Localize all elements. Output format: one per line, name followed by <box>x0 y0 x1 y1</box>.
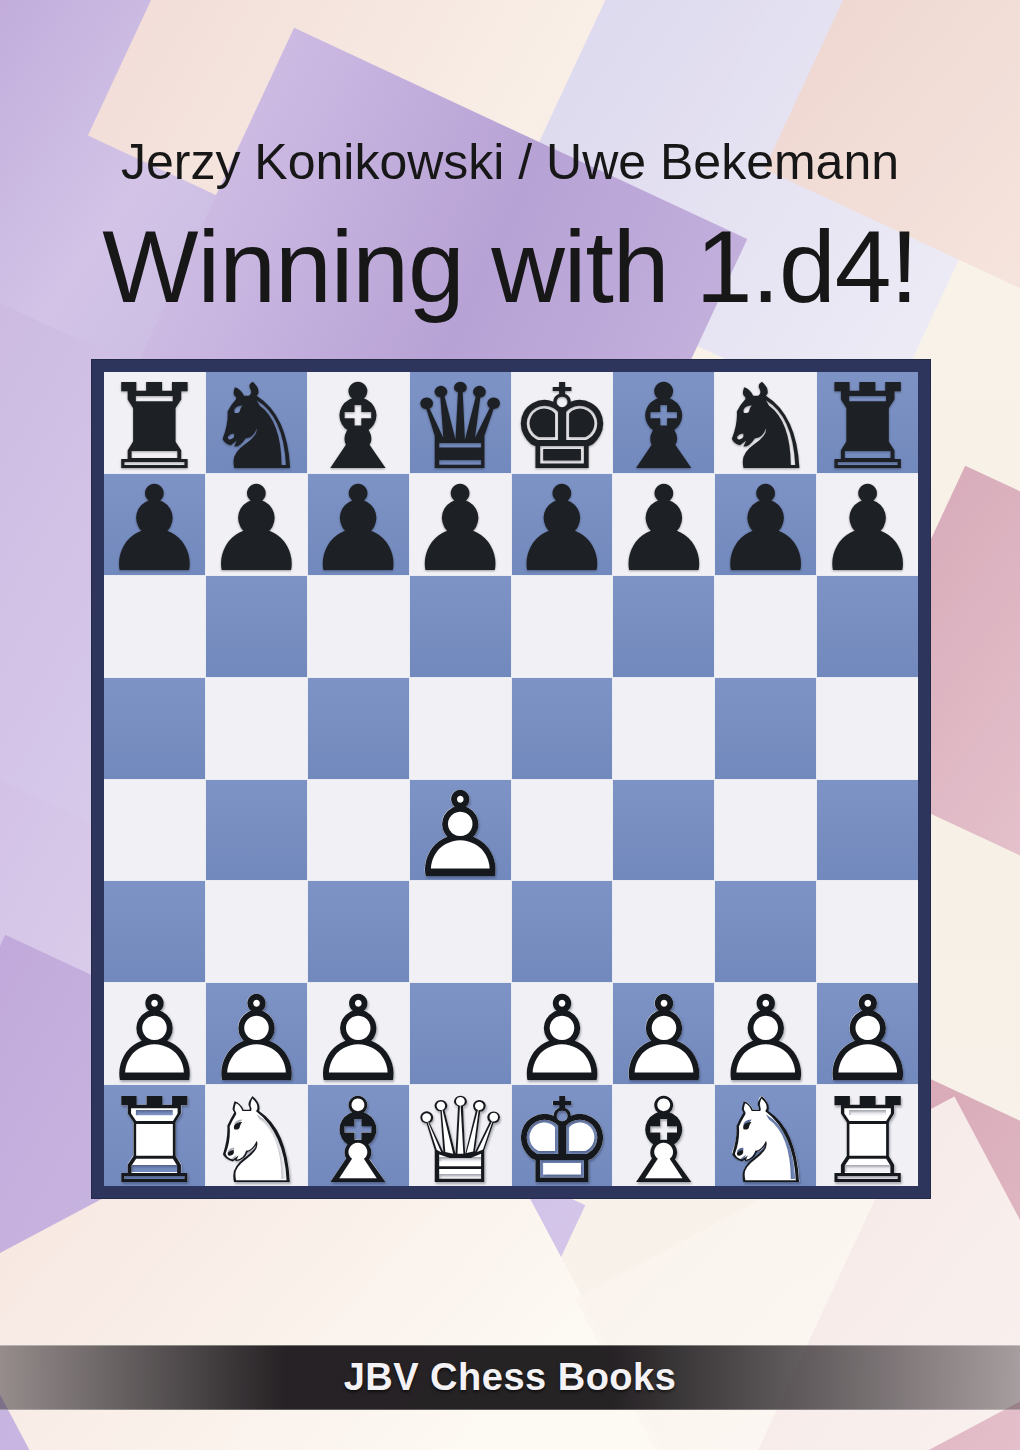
square-e4 <box>512 780 613 881</box>
square-a7: ♟ <box>104 474 205 575</box>
square-g8: ♞ <box>715 372 816 473</box>
chess-board-frame: ♜♞♝♛♚♝♞♜♟♟♟♟♟♟♟♟♟♙♟♙♟♙♟♙♟♙♟♙♟♙♟♙♜♖♞♘♝♗♛♕… <box>92 360 930 1198</box>
book-cover: Jerzy Konikowski / Uwe Bekemann Winning … <box>0 0 1020 1450</box>
piece-white-bishop-icon: ♝♗ <box>308 1085 409 1186</box>
square-c4 <box>308 780 409 881</box>
square-d8: ♛ <box>410 372 511 473</box>
piece-black-pawn-icon: ♟ <box>308 474 409 575</box>
square-c1: ♝♗ <box>308 1085 409 1186</box>
square-g2: ♟♙ <box>715 983 816 1084</box>
square-f8: ♝ <box>613 372 714 473</box>
square-f4 <box>613 780 714 881</box>
piece-white-bishop-icon: ♝♗ <box>613 1085 714 1186</box>
piece-black-pawn-icon: ♟ <box>512 474 613 575</box>
square-a5 <box>104 678 205 779</box>
author-line: Jerzy Konikowski / Uwe Bekemann <box>0 134 1020 192</box>
piece-black-pawn-icon: ♟ <box>613 474 714 575</box>
square-c7: ♟ <box>308 474 409 575</box>
square-f1: ♝♗ <box>613 1085 714 1186</box>
square-f2: ♟♙ <box>613 983 714 1084</box>
square-b4 <box>206 780 307 881</box>
square-d2 <box>410 983 511 1084</box>
piece-white-queen-icon: ♛♕ <box>410 1085 511 1186</box>
square-b5 <box>206 678 307 779</box>
square-g5 <box>715 678 816 779</box>
square-h4 <box>817 780 918 881</box>
square-h5 <box>817 678 918 779</box>
square-g4 <box>715 780 816 881</box>
square-b8: ♞ <box>206 372 307 473</box>
square-a6 <box>104 576 205 677</box>
square-d1: ♛♕ <box>410 1085 511 1186</box>
square-a1: ♜♖ <box>104 1085 205 1186</box>
square-h7: ♟ <box>817 474 918 575</box>
square-c2: ♟♙ <box>308 983 409 1084</box>
square-h8: ♜ <box>817 372 918 473</box>
piece-black-pawn-icon: ♟ <box>715 474 816 575</box>
piece-black-bishop-icon: ♝ <box>613 372 714 473</box>
square-a2: ♟♙ <box>104 983 205 1084</box>
square-g3 <box>715 881 816 982</box>
square-d3 <box>410 881 511 982</box>
piece-white-pawn-icon: ♟♙ <box>817 983 918 1084</box>
piece-white-pawn-icon: ♟♙ <box>410 780 511 881</box>
square-h3 <box>817 881 918 982</box>
piece-white-pawn-icon: ♟♙ <box>308 983 409 1084</box>
square-b3 <box>206 881 307 982</box>
piece-white-rook-icon: ♜♖ <box>817 1085 918 1186</box>
piece-black-bishop-icon: ♝ <box>308 372 409 473</box>
square-d4: ♟♙ <box>410 780 511 881</box>
square-e6 <box>512 576 613 677</box>
publisher-name: JBV Chess Books <box>344 1356 677 1399</box>
square-d5 <box>410 678 511 779</box>
square-f3 <box>613 881 714 982</box>
piece-black-knight-icon: ♞ <box>206 372 307 473</box>
square-d7: ♟ <box>410 474 511 575</box>
square-h2: ♟♙ <box>817 983 918 1084</box>
square-g1: ♞♘ <box>715 1085 816 1186</box>
square-e1: ♚♔ <box>512 1085 613 1186</box>
piece-black-pawn-icon: ♟ <box>104 474 205 575</box>
piece-white-pawn-icon: ♟♙ <box>715 983 816 1084</box>
square-e2: ♟♙ <box>512 983 613 1084</box>
square-a8: ♜ <box>104 372 205 473</box>
piece-black-pawn-icon: ♟ <box>206 474 307 575</box>
chess-board: ♜♞♝♛♚♝♞♜♟♟♟♟♟♟♟♟♟♙♟♙♟♙♟♙♟♙♟♙♟♙♟♙♜♖♞♘♝♗♛♕… <box>104 372 918 1186</box>
square-b7: ♟ <box>206 474 307 575</box>
piece-black-pawn-icon: ♟ <box>410 474 511 575</box>
piece-black-king-icon: ♚ <box>512 372 613 473</box>
square-e7: ♟ <box>512 474 613 575</box>
piece-white-knight-icon: ♞♘ <box>206 1085 307 1186</box>
square-c8: ♝ <box>308 372 409 473</box>
square-e5 <box>512 678 613 779</box>
piece-white-pawn-icon: ♟♙ <box>206 983 307 1084</box>
square-f6 <box>613 576 714 677</box>
square-a3 <box>104 881 205 982</box>
square-b6 <box>206 576 307 677</box>
square-a4 <box>104 780 205 881</box>
square-d6 <box>410 576 511 677</box>
square-c3 <box>308 881 409 982</box>
publisher-bar: JBV Chess Books <box>0 1345 1020 1410</box>
square-e8: ♚ <box>512 372 613 473</box>
square-b2: ♟♙ <box>206 983 307 1084</box>
piece-white-pawn-icon: ♟♙ <box>613 983 714 1084</box>
piece-black-pawn-icon: ♟ <box>817 474 918 575</box>
piece-black-rook-icon: ♜ <box>104 372 205 473</box>
square-g7: ♟ <box>715 474 816 575</box>
piece-black-rook-icon: ♜ <box>817 372 918 473</box>
square-f5 <box>613 678 714 779</box>
square-h1: ♜♖ <box>817 1085 918 1186</box>
square-g6 <box>715 576 816 677</box>
piece-black-knight-icon: ♞ <box>715 372 816 473</box>
square-f7: ♟ <box>613 474 714 575</box>
piece-white-pawn-icon: ♟♙ <box>512 983 613 1084</box>
piece-white-rook-icon: ♜♖ <box>104 1085 205 1186</box>
piece-white-knight-icon: ♞♘ <box>715 1085 816 1186</box>
square-h6 <box>817 576 918 677</box>
piece-black-queen-icon: ♛ <box>410 372 511 473</box>
book-title: Winning with 1.d4! <box>0 214 1020 321</box>
square-c5 <box>308 678 409 779</box>
piece-white-pawn-icon: ♟♙ <box>104 983 205 1084</box>
square-c6 <box>308 576 409 677</box>
piece-white-king-icon: ♚♔ <box>512 1085 613 1186</box>
square-b1: ♞♘ <box>206 1085 307 1186</box>
square-e3 <box>512 881 613 982</box>
